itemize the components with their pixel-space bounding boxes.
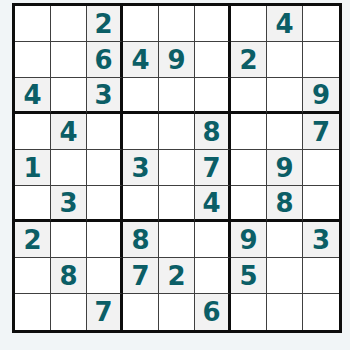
sudoku-cell-empty[interactable] [303, 258, 339, 294]
sudoku-cell-empty[interactable] [51, 150, 87, 186]
sudoku-cell-given[interactable]: 4 [15, 78, 51, 114]
sudoku-cell-empty[interactable] [15, 186, 51, 222]
sudoku-cell-empty[interactable] [87, 114, 123, 150]
sudoku-cell-given[interactable]: 6 [195, 294, 231, 330]
sudoku-cell-empty[interactable] [123, 6, 159, 42]
sudoku-cell-empty[interactable] [267, 114, 303, 150]
sudoku-cell-empty[interactable] [123, 78, 159, 114]
sudoku-cell-given[interactable]: 4 [51, 114, 87, 150]
sudoku-cell-empty[interactable] [159, 6, 195, 42]
sudoku-cell-empty[interactable] [51, 6, 87, 42]
sudoku-cell-empty[interactable] [15, 258, 51, 294]
sudoku-cell-empty[interactable] [195, 6, 231, 42]
sudoku-cell-given[interactable]: 2 [87, 6, 123, 42]
sudoku-cell-empty[interactable] [303, 186, 339, 222]
sudoku-cell-given[interactable]: 4 [267, 6, 303, 42]
sudoku-cell-empty[interactable] [303, 42, 339, 78]
sudoku-cell-given[interactable]: 3 [87, 78, 123, 114]
sudoku-cell-given[interactable]: 4 [195, 186, 231, 222]
sudoku-cell-empty[interactable] [123, 186, 159, 222]
sudoku-cell-empty[interactable] [303, 150, 339, 186]
sudoku-cell-given[interactable]: 2 [15, 222, 51, 258]
sudoku-cell-given[interactable]: 1 [15, 150, 51, 186]
sudoku-cell-given[interactable]: 7 [87, 294, 123, 330]
sudoku-cell-given[interactable]: 3 [51, 186, 87, 222]
sudoku-cell-empty[interactable] [231, 6, 267, 42]
sudoku-cell-empty[interactable] [159, 186, 195, 222]
sudoku-cell-given[interactable]: 9 [231, 222, 267, 258]
sudoku-cell-empty[interactable] [303, 6, 339, 42]
sudoku-cell-empty[interactable] [267, 258, 303, 294]
sudoku-cell-given[interactable]: 2 [159, 258, 195, 294]
sudoku-cell-empty[interactable] [267, 222, 303, 258]
sudoku-cell-empty[interactable] [159, 294, 195, 330]
sudoku-cell-given[interactable]: 9 [159, 42, 195, 78]
sudoku-cell-given[interactable]: 8 [123, 222, 159, 258]
sudoku-cell-given[interactable]: 8 [195, 114, 231, 150]
sudoku-cell-empty[interactable] [195, 258, 231, 294]
sudoku-cell-empty[interactable] [231, 114, 267, 150]
sudoku-cell-empty[interactable] [231, 186, 267, 222]
sudoku-board: 24649243948713793482893872576 [12, 3, 342, 333]
sudoku-cell-empty[interactable] [159, 78, 195, 114]
sudoku-cell-given[interactable]: 7 [123, 258, 159, 294]
sudoku-cell-empty[interactable] [51, 294, 87, 330]
sudoku-cell-empty[interactable] [15, 114, 51, 150]
sudoku-cell-empty[interactable] [267, 78, 303, 114]
sudoku-cell-empty[interactable] [87, 258, 123, 294]
sudoku-cell-empty[interactable] [87, 150, 123, 186]
page: 24649243948713793482893872576 [0, 0, 350, 333]
sudoku-cell-empty[interactable] [51, 222, 87, 258]
sudoku-cell-empty[interactable] [267, 42, 303, 78]
sudoku-cell-empty[interactable] [51, 78, 87, 114]
sudoku-cell-given[interactable]: 9 [303, 78, 339, 114]
sudoku-cell-given[interactable]: 7 [195, 150, 231, 186]
sudoku-cell-empty[interactable] [195, 78, 231, 114]
sudoku-cell-given[interactable]: 2 [231, 42, 267, 78]
sudoku-cell-empty[interactable] [231, 294, 267, 330]
sudoku-cell-given[interactable]: 7 [303, 114, 339, 150]
sudoku-cell-empty[interactable] [159, 150, 195, 186]
sudoku-cell-given[interactable]: 8 [267, 186, 303, 222]
sudoku-cell-empty[interactable] [87, 222, 123, 258]
sudoku-cell-empty[interactable] [303, 294, 339, 330]
sudoku-cell-empty[interactable] [231, 78, 267, 114]
sudoku-cell-given[interactable]: 4 [123, 42, 159, 78]
sudoku-cell-empty[interactable] [195, 42, 231, 78]
sudoku-cell-given[interactable]: 8 [51, 258, 87, 294]
sudoku-cell-given[interactable]: 6 [87, 42, 123, 78]
sudoku-cell-empty[interactable] [51, 42, 87, 78]
sudoku-cell-empty[interactable] [87, 186, 123, 222]
sudoku-cell-empty[interactable] [231, 150, 267, 186]
sudoku-cell-empty[interactable] [267, 294, 303, 330]
sudoku-cell-empty[interactable] [159, 114, 195, 150]
sudoku-cell-empty[interactable] [123, 114, 159, 150]
sudoku-cell-empty[interactable] [15, 6, 51, 42]
sudoku-cell-empty[interactable] [15, 42, 51, 78]
sudoku-cell-given[interactable]: 3 [303, 222, 339, 258]
sudoku-cell-given[interactable]: 9 [267, 150, 303, 186]
sudoku-cell-empty[interactable] [195, 222, 231, 258]
sudoku-cell-given[interactable]: 3 [123, 150, 159, 186]
sudoku-cell-empty[interactable] [159, 222, 195, 258]
sudoku-cell-given[interactable]: 5 [231, 258, 267, 294]
sudoku-cell-empty[interactable] [15, 294, 51, 330]
sudoku-cell-empty[interactable] [123, 294, 159, 330]
